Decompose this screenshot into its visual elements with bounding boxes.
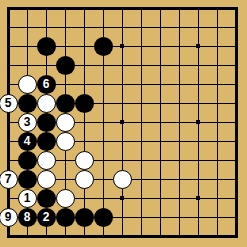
black-stone[interactable] xyxy=(56,208,75,227)
white-stone[interactable] xyxy=(113,170,132,189)
stone-number-label: 5 xyxy=(5,97,12,109)
go-board[interactable]: 653471982 xyxy=(0,0,247,247)
stone-number-label: 4 xyxy=(24,135,31,147)
black-stone[interactable] xyxy=(56,56,75,75)
white-stone[interactable]: 9 xyxy=(0,208,18,227)
black-stone[interactable] xyxy=(18,94,37,113)
black-stone[interactable] xyxy=(75,208,94,227)
black-stone[interactable] xyxy=(37,189,56,208)
black-stone[interactable] xyxy=(94,208,113,227)
white-stone[interactable]: 7 xyxy=(0,170,18,189)
black-stone[interactable] xyxy=(18,170,37,189)
stone-number-label: 2 xyxy=(43,211,50,223)
white-stone[interactable] xyxy=(75,151,94,170)
black-stone[interactable]: 8 xyxy=(18,208,37,227)
black-stone[interactable] xyxy=(37,37,56,56)
black-stone[interactable]: 6 xyxy=(37,75,56,94)
white-stone[interactable]: 5 xyxy=(0,94,18,113)
black-stone[interactable]: 2 xyxy=(37,208,56,227)
black-stone[interactable] xyxy=(75,94,94,113)
white-stone[interactable]: 1 xyxy=(18,189,37,208)
stone-number-label: 8 xyxy=(24,211,31,223)
white-stone[interactable] xyxy=(37,170,56,189)
white-stone[interactable] xyxy=(56,113,75,132)
black-stone[interactable]: 4 xyxy=(18,132,37,151)
black-stone[interactable] xyxy=(37,132,56,151)
white-stone[interactable]: 3 xyxy=(18,113,37,132)
white-stone[interactable] xyxy=(37,151,56,170)
white-stone[interactable] xyxy=(56,132,75,151)
stone-number-label: 7 xyxy=(5,173,12,185)
stone-number-label: 1 xyxy=(24,192,31,204)
stone-number-label: 9 xyxy=(5,211,12,223)
stone-layer: 653471982 xyxy=(0,0,246,246)
white-stone[interactable] xyxy=(37,94,56,113)
stone-number-label: 3 xyxy=(24,116,31,128)
black-stone[interactable] xyxy=(37,113,56,132)
stone-number-label: 6 xyxy=(43,78,50,90)
white-stone[interactable] xyxy=(75,170,94,189)
white-stone[interactable] xyxy=(56,189,75,208)
black-stone[interactable] xyxy=(18,151,37,170)
black-stone[interactable] xyxy=(56,94,75,113)
black-stone[interactable] xyxy=(94,37,113,56)
white-stone[interactable] xyxy=(18,75,37,94)
